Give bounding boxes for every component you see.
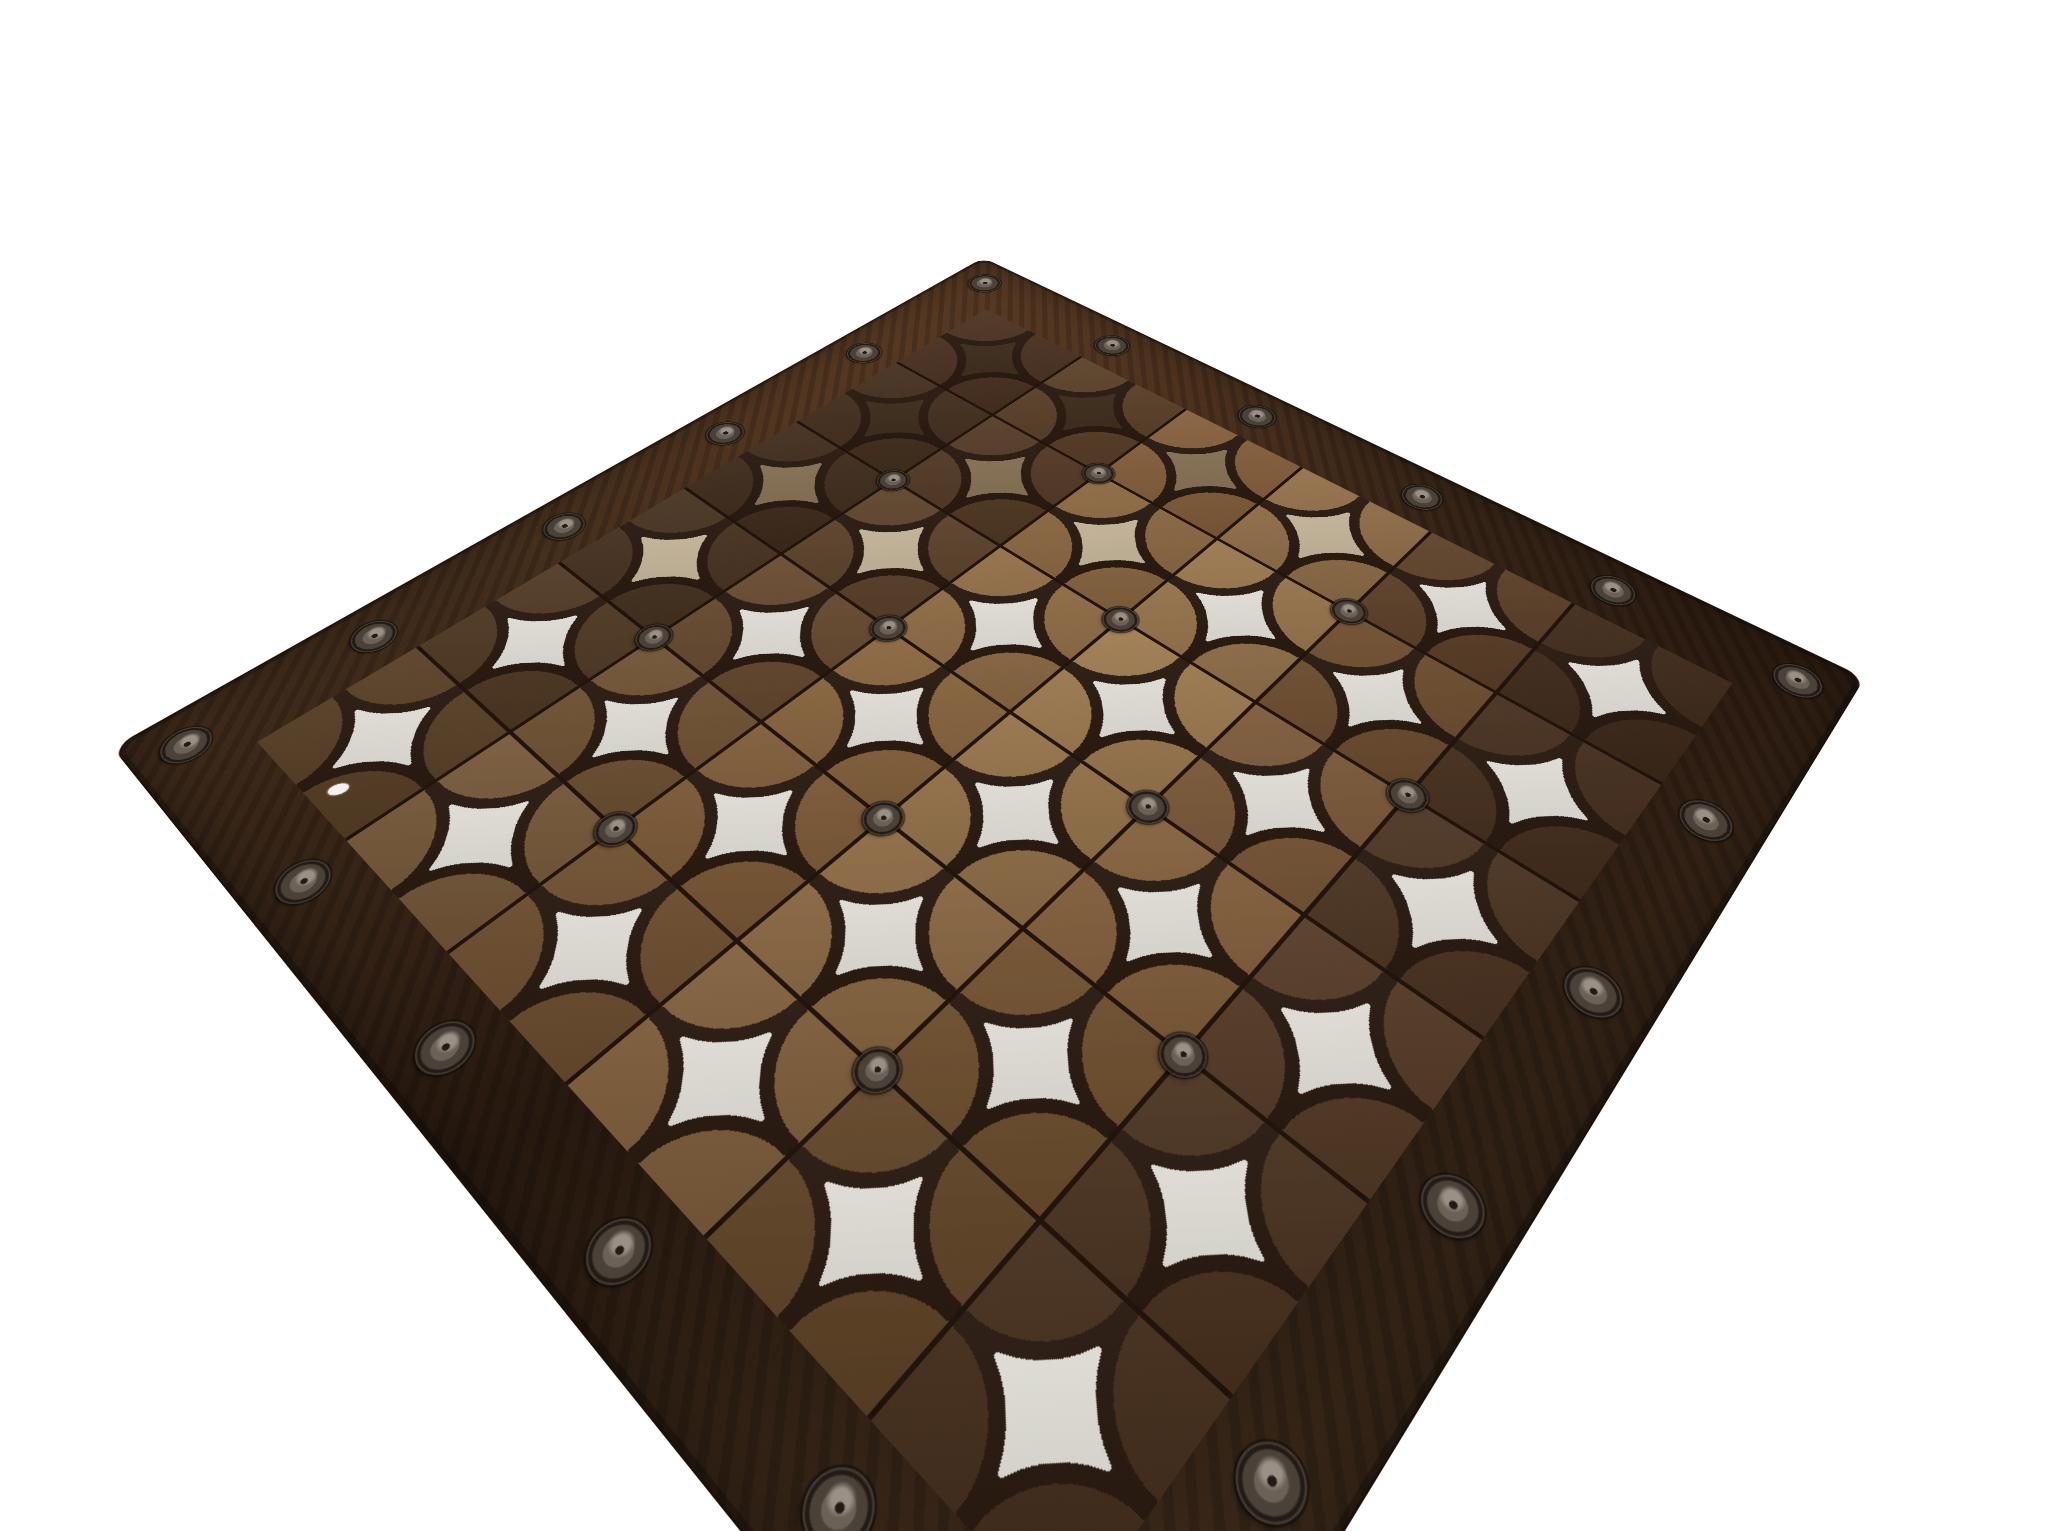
rosette-stud <box>1150 1024 1216 1087</box>
lattice-cell <box>880 931 1180 1217</box>
rosette-stud <box>586 806 645 854</box>
scene <box>0 0 2048 1531</box>
lattice-cell <box>1026 809 1301 1051</box>
table-top <box>112 258 1865 1531</box>
rosette-stud <box>1380 773 1436 819</box>
photo-backdrop <box>0 0 2048 1531</box>
lattice-cell <box>740 821 1020 1067</box>
rosette-stud <box>843 1039 910 1103</box>
